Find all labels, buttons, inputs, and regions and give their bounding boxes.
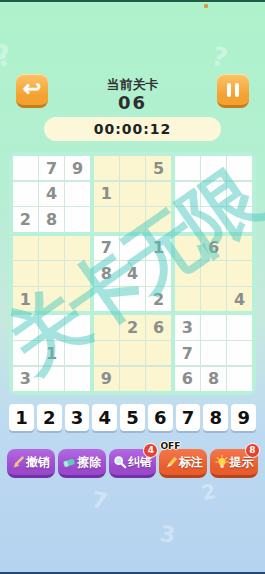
sudoku-cell-r5c9[interactable] — [227, 261, 252, 285]
sudoku-cell-r7c8[interactable] — [201, 315, 226, 339]
sudoku-cell-r3c4[interactable] — [94, 207, 119, 231]
tool-label: 擦除 — [77, 454, 101, 471]
sudoku-cell-r7c5[interactable]: 2 — [120, 315, 145, 339]
status-dot — [204, 4, 208, 8]
sudoku-cell-r4c5[interactable] — [120, 236, 145, 260]
sudoku-cell-r5c3[interactable] — [65, 261, 90, 285]
sudoku-cell-r2c4[interactable]: 1 — [94, 182, 119, 206]
sudoku-cell-r6c2[interactable] — [39, 287, 64, 311]
sudoku-cell-r5c8[interactable] — [201, 261, 226, 285]
sudoku-cell-r3c8[interactable] — [201, 207, 226, 231]
count-badge: 8 — [245, 443, 260, 458]
撤销-button[interactable]: 撤销 — [7, 449, 55, 478]
number-button-7[interactable]: 7 — [176, 404, 201, 431]
sudoku-cell-r3c6[interactable] — [146, 207, 171, 231]
sudoku-cell-r1c4[interactable] — [94, 156, 119, 180]
sudoku-cell-r4c7[interactable] — [175, 236, 200, 260]
bg-question-mark: ? — [208, 41, 230, 74]
off-badge: OFF — [160, 441, 180, 451]
number-pad: 123456789 — [9, 404, 256, 431]
sudoku-block: 13 — [13, 315, 90, 391]
bg-number-decor: 7 — [90, 487, 109, 514]
sudoku-cell-r9c1[interactable]: 3 — [13, 367, 38, 391]
sudoku-cell-r4c4[interactable]: 7 — [94, 236, 119, 260]
sudoku-cell-r2c7[interactable] — [175, 182, 200, 206]
sudoku-cell-r9c5[interactable] — [120, 367, 145, 391]
toolbar: 撤销擦除纠错4标注OFF提示8 — [7, 449, 258, 478]
sudoku-block: 64 — [175, 236, 252, 312]
sudoku-cell-r7c9[interactable] — [227, 315, 252, 339]
sudoku-cell-r9c2[interactable] — [39, 367, 64, 391]
sudoku-cell-r1c9[interactable] — [227, 156, 252, 180]
擦除-button[interactable]: 擦除 — [58, 449, 106, 478]
sudoku-cell-r7c1[interactable] — [13, 315, 38, 339]
sudoku-block: 79428 — [13, 156, 90, 232]
pause-icon — [227, 83, 239, 97]
sudoku-cell-r5c7[interactable] — [175, 261, 200, 285]
sudoku-cell-r3c5[interactable] — [120, 207, 145, 231]
sudoku-app-screen: ? ? 7 2 3 ↩ 当前关卡 06 00:00:12 79428511718… — [0, 0, 265, 574]
sudoku-cell-r1c3[interactable]: 9 — [65, 156, 90, 180]
sudoku-cell-r6c1[interactable]: 1 — [13, 287, 38, 311]
sudoku-cell-r6c7[interactable] — [175, 287, 200, 311]
提示-button[interactable]: 提示8 — [210, 449, 258, 478]
sudoku-cell-r2c6[interactable] — [146, 182, 171, 206]
bg-question-mark: ? — [0, 36, 16, 74]
标注-button[interactable]: 标注OFF — [159, 449, 207, 478]
sudoku-cell-r3c1[interactable]: 2 — [13, 207, 38, 231]
sudoku-cell-r8c4[interactable] — [94, 341, 119, 365]
sudoku-cell-r3c3[interactable] — [65, 207, 90, 231]
tool-label: 标注 — [179, 454, 203, 471]
number-button-8[interactable]: 8 — [203, 404, 228, 431]
sudoku-cell-r4c9[interactable] — [227, 236, 252, 260]
pencil-icon — [164, 455, 178, 469]
sudoku-cell-r2c8[interactable] — [201, 182, 226, 206]
pause-button[interactable] — [217, 74, 249, 108]
bg-number-decor: 2 — [200, 479, 219, 505]
sudoku-cell-r4c1[interactable] — [13, 236, 38, 260]
sudoku-cell-r7c3[interactable] — [65, 315, 90, 339]
bg-number-decor: 3 — [158, 521, 177, 548]
sudoku-cell-r3c7[interactable] — [175, 207, 200, 231]
sudoku-cell-r8c7[interactable]: 7 — [175, 341, 200, 365]
number-button-4[interactable]: 4 — [92, 404, 117, 431]
sudoku-cell-r9c4[interactable]: 9 — [94, 367, 119, 391]
sudoku-block: 51 — [94, 156, 171, 232]
sudoku-cell-r6c6[interactable]: 2 — [146, 287, 171, 311]
sudoku-cell-r2c2[interactable]: 4 — [39, 182, 64, 206]
sudoku-cell-r6c5[interactable] — [120, 287, 145, 311]
sudoku-board: 794285117184264132693768 关卡无限 — [9, 152, 256, 395]
sudoku-cell-r8c5[interactable] — [120, 341, 145, 365]
magnifier-icon — [113, 455, 127, 469]
sudoku-block: 1 — [13, 236, 90, 312]
sudoku-cell-r4c2[interactable] — [39, 236, 64, 260]
sudoku-cell-r1c5[interactable] — [120, 156, 145, 180]
sudoku-cell-r7c7[interactable]: 3 — [175, 315, 200, 339]
number-button-2[interactable]: 2 — [37, 404, 62, 431]
sudoku-cell-r9c8[interactable]: 8 — [201, 367, 226, 391]
sudoku-cell-r9c3[interactable] — [65, 367, 90, 391]
sudoku-cell-r8c3[interactable] — [65, 341, 90, 365]
eraser-icon — [62, 456, 76, 469]
sudoku-block: 269 — [94, 315, 171, 391]
sudoku-cell-r5c2[interactable] — [39, 261, 64, 285]
sudoku-cell-r4c6[interactable]: 1 — [146, 236, 171, 260]
sudoku-cell-r6c8[interactable] — [201, 287, 226, 311]
sudoku-cell-r6c3[interactable] — [65, 287, 90, 311]
sudoku-cell-r7c6[interactable]: 6 — [146, 315, 171, 339]
number-button-5[interactable]: 5 — [120, 404, 145, 431]
timer-display: 00:00:12 — [44, 117, 221, 141]
sudoku-cell-r6c4[interactable] — [94, 287, 119, 311]
sudoku-cell-r5c1[interactable] — [13, 261, 38, 285]
sudoku-cell-r5c6[interactable] — [146, 261, 171, 285]
number-button-9[interactable]: 9 — [231, 404, 256, 431]
sudoku-cell-r8c9[interactable] — [227, 341, 252, 365]
sudoku-block: 71842 — [94, 236, 171, 312]
sudoku-cell-r7c4[interactable] — [94, 315, 119, 339]
sudoku-cell-r8c8[interactable] — [201, 341, 226, 365]
sudoku-cell-r9c6[interactable] — [146, 367, 171, 391]
sudoku-cell-r9c7[interactable]: 6 — [175, 367, 200, 391]
undo-icon — [12, 456, 25, 469]
sudoku-grid: 794285117184264132693768 — [9, 152, 256, 395]
sudoku-cell-r2c9[interactable] — [227, 182, 252, 206]
sudoku-block: 3768 — [175, 315, 252, 391]
sudoku-cell-r1c6[interactable]: 5 — [146, 156, 171, 180]
sudoku-cell-r1c8[interactable] — [201, 156, 226, 180]
count-badge: 4 — [143, 443, 158, 458]
sudoku-block — [175, 156, 252, 232]
top-edge-line — [0, 0, 265, 2]
sudoku-cell-r1c2[interactable]: 7 — [39, 156, 64, 180]
sudoku-cell-r2c1[interactable] — [13, 182, 38, 206]
sudoku-cell-r4c3[interactable] — [65, 236, 90, 260]
tool-label: 撤销 — [26, 454, 50, 471]
sudoku-cell-r1c7[interactable] — [175, 156, 200, 180]
sudoku-cell-r6c9[interactable]: 4 — [227, 287, 252, 311]
sudoku-cell-r4c8[interactable]: 6 — [201, 236, 226, 260]
sudoku-cell-r3c2[interactable]: 8 — [39, 207, 64, 231]
sudoku-cell-r8c2[interactable]: 1 — [39, 341, 64, 365]
sudoku-cell-r9c9[interactable] — [227, 367, 252, 391]
sudoku-cell-r5c5[interactable]: 4 — [120, 261, 145, 285]
number-button-6[interactable]: 6 — [148, 404, 173, 431]
bulb-icon — [215, 455, 229, 469]
sudoku-cell-r5c4[interactable]: 8 — [94, 261, 119, 285]
sudoku-cell-r1c1[interactable] — [13, 156, 38, 180]
number-button-3[interactable]: 3 — [65, 404, 90, 431]
sudoku-cell-r8c6[interactable] — [146, 341, 171, 365]
sudoku-cell-r8c1[interactable] — [13, 341, 38, 365]
number-button-1[interactable]: 1 — [9, 404, 34, 431]
sudoku-cell-r3c9[interactable] — [227, 207, 252, 231]
sudoku-cell-r2c5[interactable] — [120, 182, 145, 206]
纠错-button[interactable]: 纠错4 — [109, 449, 157, 478]
sudoku-cell-r2c3[interactable] — [65, 182, 90, 206]
sudoku-cell-r7c2[interactable] — [39, 315, 64, 339]
